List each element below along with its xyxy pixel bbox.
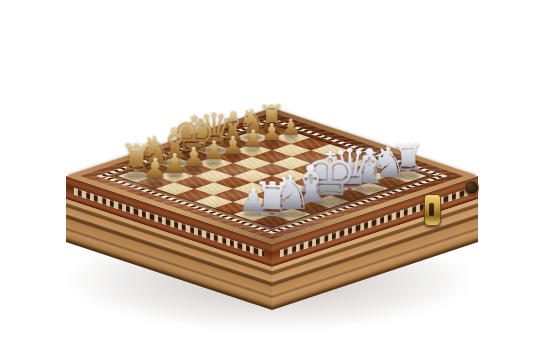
brand-medallion bbox=[464, 180, 479, 195]
pawn-glyph: ♟ bbox=[281, 115, 302, 138]
piece-gold-pawn: ♟ bbox=[241, 127, 264, 152]
pawn-glyph: ♟ bbox=[142, 155, 168, 184]
piece-gold-pawn: ♟ bbox=[142, 155, 168, 184]
brass-latch bbox=[424, 194, 441, 226]
pawn-glyph: ♟ bbox=[262, 121, 283, 144]
latch-keyhole bbox=[429, 203, 434, 216]
chess-set-photo: ♜♜♟♟♟♟♜♜♞♞♟♟♟♟♞♞♝♝♟♟♟♟♝♝♛♛♟♟♟♟♛♛♚♚♟♟♟♟♚♚… bbox=[0, 0, 533, 355]
rook-glyph: ♜ bbox=[250, 175, 294, 224]
piece-silver-rook: ♜ bbox=[250, 175, 294, 224]
pawn-glyph: ♟ bbox=[241, 127, 264, 152]
piece-gold-pawn: ♟ bbox=[281, 115, 302, 138]
piece-gold-pawn: ♟ bbox=[262, 121, 283, 144]
